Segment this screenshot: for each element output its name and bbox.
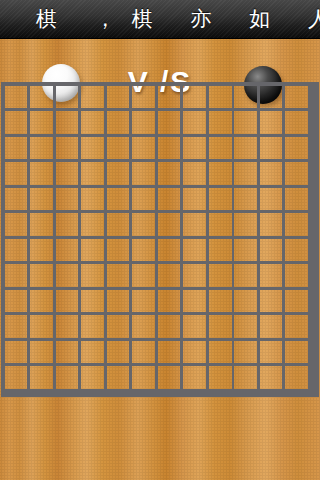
app-screen: { "game": "gomoku (five-in-a-row) on a 1… <box>0 0 320 480</box>
game-board[interactable] <box>1 82 319 397</box>
app-title: 人 如 棋 ，棋 亦 如 人 也 <box>0 0 320 38</box>
title-bar: 人 如 棋 ，棋 亦 如 人 也 <box>0 0 320 39</box>
